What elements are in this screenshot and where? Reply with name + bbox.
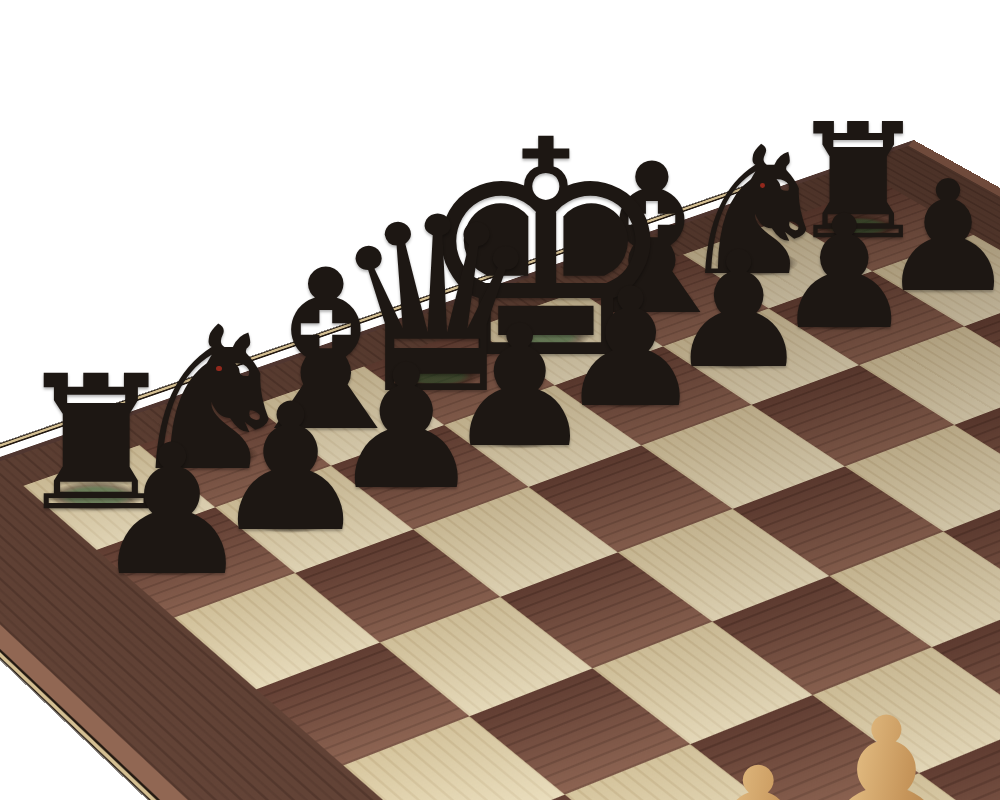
knight-eye-accent [760, 183, 765, 188]
chess-board-frame [0, 140, 1000, 800]
board-photo-stage: ♜♞♝♛♚♝♞♜♟♟♟♟♟♟♟♟♟♟ [0, 0, 1000, 800]
